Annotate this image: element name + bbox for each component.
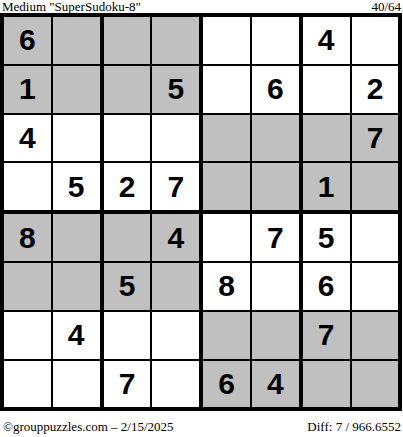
cell-r7c2[interactable]: 4 [53, 312, 104, 361]
cell-r5c3[interactable] [104, 214, 153, 263]
cell-r2c3[interactable] [104, 66, 153, 115]
cell-r6c5[interactable]: 8 [203, 263, 252, 312]
cell-r7c4[interactable] [152, 312, 203, 361]
cell-r4c6[interactable] [252, 163, 303, 214]
cell-r1c7[interactable]: 4 [303, 17, 352, 66]
cell-r8c3[interactable]: 7 [104, 361, 153, 408]
copyright-date: ©grouppuzzles.com – 2/15/2025 [3, 420, 174, 434]
cell-r3c7[interactable] [303, 115, 352, 164]
cell-r1c8[interactable] [352, 17, 399, 66]
cell-r3c5[interactable] [203, 115, 252, 164]
cell-r3c4[interactable] [152, 115, 203, 164]
cell-r7c8[interactable] [352, 312, 399, 361]
cell-r1c5[interactable] [203, 17, 252, 66]
puzzle-page: Medium "SuperSudoku-8" 40/64 64156247527… [0, 0, 403, 437]
cell-r8c4[interactable] [152, 361, 203, 408]
cell-r2c2[interactable] [53, 66, 104, 115]
difficulty-rating: Diff: 7 / 966.6552 [307, 420, 401, 434]
cell-r6c7[interactable]: 6 [303, 263, 352, 312]
cell-r5c7[interactable]: 5 [303, 214, 352, 263]
cell-r2c1[interactable]: 1 [4, 66, 53, 115]
cell-r2c6[interactable]: 6 [252, 66, 303, 115]
cell-r1c1[interactable]: 6 [4, 17, 53, 66]
cell-r4c3[interactable]: 2 [104, 163, 153, 214]
cell-r6c8[interactable] [352, 263, 399, 312]
cell-r6c4[interactable] [152, 263, 203, 312]
footer: ©grouppuzzles.com – 2/15/2025 Diff: 7 / … [0, 420, 403, 434]
cell-r5c4[interactable]: 4 [152, 214, 203, 263]
cell-r7c6[interactable] [252, 312, 303, 361]
cell-r7c1[interactable] [4, 312, 53, 361]
cell-r4c5[interactable] [203, 163, 252, 214]
cell-r2c8[interactable]: 2 [352, 66, 399, 115]
cell-r3c8[interactable]: 7 [352, 115, 399, 164]
cell-r5c6[interactable]: 7 [252, 214, 303, 263]
cell-r5c1[interactable]: 8 [4, 214, 53, 263]
cell-r5c2[interactable] [53, 214, 104, 263]
cell-r6c6[interactable] [252, 263, 303, 312]
cell-r2c4[interactable]: 5 [152, 66, 203, 115]
cell-r6c3[interactable]: 5 [104, 263, 153, 312]
cell-r6c2[interactable] [53, 263, 104, 312]
cell-r1c4[interactable] [152, 17, 203, 66]
cell-r7c5[interactable] [203, 312, 252, 361]
cell-r4c8[interactable] [352, 163, 399, 214]
cell-r8c8[interactable] [352, 361, 399, 408]
header: Medium "SuperSudoku-8" 40/64 [0, 0, 403, 13]
cell-r1c3[interactable] [104, 17, 153, 66]
cell-r8c5[interactable]: 6 [203, 361, 252, 408]
cell-r5c8[interactable] [352, 214, 399, 263]
cell-r1c6[interactable] [252, 17, 303, 66]
cell-r4c7[interactable]: 1 [303, 163, 352, 214]
cell-r3c6[interactable] [252, 115, 303, 164]
puzzle-title: Medium "SuperSudoku-8" [2, 0, 141, 13]
cell-r5c5[interactable] [203, 214, 252, 263]
empty-cell-counter: 40/64 [371, 0, 401, 13]
cell-r6c1[interactable] [4, 263, 53, 312]
cell-r8c1[interactable] [4, 361, 53, 408]
cell-r1c2[interactable] [53, 17, 104, 66]
cell-r7c3[interactable] [104, 312, 153, 361]
cell-r7c7[interactable]: 7 [303, 312, 352, 361]
cell-r3c3[interactable] [104, 115, 153, 164]
sudoku-board: 641562475271847558647764 [0, 13, 402, 411]
cell-r8c6[interactable]: 4 [252, 361, 303, 408]
cell-r2c7[interactable] [303, 66, 352, 115]
cell-r2c5[interactable] [203, 66, 252, 115]
cell-r8c2[interactable] [53, 361, 104, 408]
cell-r4c1[interactable] [4, 163, 53, 214]
cell-r3c1[interactable]: 4 [4, 115, 53, 164]
cell-r4c4[interactable]: 7 [152, 163, 203, 214]
cell-r8c7[interactable] [303, 361, 352, 408]
cell-r3c2[interactable] [53, 115, 104, 164]
cell-r4c2[interactable]: 5 [53, 163, 104, 214]
